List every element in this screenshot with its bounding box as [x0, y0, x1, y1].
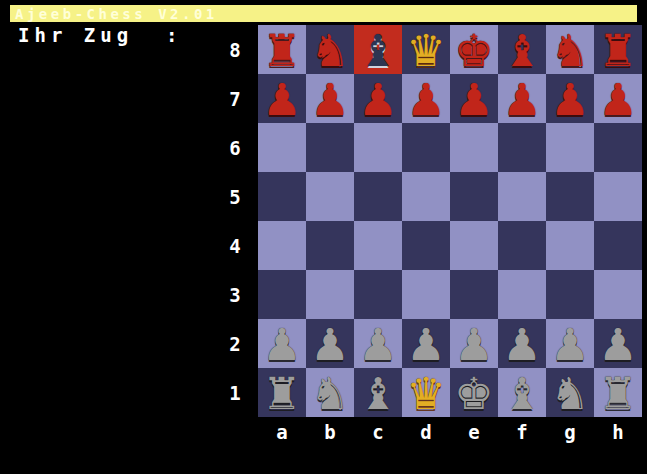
- square-g4[interactable]: [546, 221, 594, 270]
- square-f8[interactable]: ♝: [498, 25, 546, 74]
- piece-red-queen: ♛: [406, 29, 445, 73]
- square-f4[interactable]: [498, 221, 546, 270]
- square-g1[interactable]: ♞: [546, 368, 594, 417]
- piece-silver-bishop: ♝: [358, 372, 397, 416]
- square-c7[interactable]: ♟: [354, 74, 402, 123]
- square-g2[interactable]: ♟: [546, 319, 594, 368]
- square-f6[interactable]: [498, 123, 546, 172]
- window-title: Ajeeb-Chess V2.01: [10, 6, 218, 22]
- square-g3[interactable]: [546, 270, 594, 319]
- piece-silver-pawn: ♟: [550, 323, 589, 367]
- piece-silver-rook: ♜: [262, 372, 301, 416]
- square-c1[interactable]: ♝: [354, 368, 402, 417]
- file-label-f: f: [498, 420, 546, 444]
- rank-label-1: 1: [218, 368, 252, 417]
- move-prompt-label: Ihr Zug :: [18, 24, 182, 46]
- square-h6[interactable]: [594, 123, 642, 172]
- square-g6[interactable]: [546, 123, 594, 172]
- rank-labels: 87654321: [218, 25, 252, 417]
- square-g8[interactable]: ♞: [546, 25, 594, 74]
- piece-red-knight: ♞: [550, 29, 589, 73]
- square-g7[interactable]: ♟: [546, 74, 594, 123]
- square-b4[interactable]: [306, 221, 354, 270]
- square-e6[interactable]: [450, 123, 498, 172]
- square-d8[interactable]: ♛: [402, 25, 450, 74]
- square-c5[interactable]: [354, 172, 402, 221]
- square-d2[interactable]: ♟: [402, 319, 450, 368]
- chess-board: ♜♞♝♛♚♝♞♜♟♟♟♟♟♟♟♟♟♟♟♟♟♟♟♟♜♞♝♛♚♝♞♜: [258, 25, 642, 417]
- square-f1[interactable]: ♝: [498, 368, 546, 417]
- square-d4[interactable]: [402, 221, 450, 270]
- file-label-c: c: [354, 420, 402, 444]
- piece-silver-bishop: ♝: [502, 372, 541, 416]
- piece-silver-pawn: ♟: [406, 323, 445, 367]
- piece-red-pawn: ♟: [406, 78, 445, 122]
- file-label-g: g: [546, 420, 594, 444]
- piece-silver-pawn: ♟: [598, 323, 637, 367]
- square-a7[interactable]: ♟: [258, 74, 306, 123]
- square-f2[interactable]: ♟: [498, 319, 546, 368]
- square-b1[interactable]: ♞: [306, 368, 354, 417]
- square-h1[interactable]: ♜: [594, 368, 642, 417]
- square-h8[interactable]: ♜: [594, 25, 642, 74]
- piece-red-pawn: ♟: [358, 78, 397, 122]
- piece-red-pawn: ♟: [262, 78, 301, 122]
- square-d6[interactable]: [402, 123, 450, 172]
- square-e1[interactable]: ♚: [450, 368, 498, 417]
- square-e8[interactable]: ♚: [450, 25, 498, 74]
- file-label-h: h: [594, 420, 642, 444]
- square-e3[interactable]: [450, 270, 498, 319]
- piece-silver-pawn: ♟: [454, 323, 493, 367]
- piece-red-knight: ♞: [310, 29, 349, 73]
- piece-silver-rook: ♜: [598, 372, 637, 416]
- square-b6[interactable]: [306, 123, 354, 172]
- file-labels: abcdefgh: [258, 420, 642, 444]
- square-e7[interactable]: ♟: [450, 74, 498, 123]
- piece-silver-pawn: ♟: [502, 323, 541, 367]
- square-b8[interactable]: ♞: [306, 25, 354, 74]
- square-a2[interactable]: ♟: [258, 319, 306, 368]
- piece-silver-knight: ♞: [310, 372, 349, 416]
- piece-red-pawn: ♟: [454, 78, 493, 122]
- rank-label-4: 4: [218, 221, 252, 270]
- rank-label-7: 7: [218, 74, 252, 123]
- piece-red-bishop: ♝: [502, 29, 541, 73]
- square-f5[interactable]: [498, 172, 546, 221]
- square-c4[interactable]: [354, 221, 402, 270]
- square-h4[interactable]: [594, 221, 642, 270]
- square-g5[interactable]: [546, 172, 594, 221]
- square-h7[interactable]: ♟: [594, 74, 642, 123]
- square-b2[interactable]: ♟: [306, 319, 354, 368]
- screen: { "game": "chess", "window": { "title": …: [0, 0, 647, 474]
- square-h2[interactable]: ♟: [594, 319, 642, 368]
- square-d1[interactable]: ♛: [402, 368, 450, 417]
- piece-red-pawn: ♟: [598, 78, 637, 122]
- piece-silver-pawn: ♟: [262, 323, 301, 367]
- square-a1[interactable]: ♜: [258, 368, 306, 417]
- square-c2[interactable]: ♟: [354, 319, 402, 368]
- square-f3[interactable]: [498, 270, 546, 319]
- rank-label-8: 8: [218, 25, 252, 74]
- square-h3[interactable]: [594, 270, 642, 319]
- square-c6[interactable]: [354, 123, 402, 172]
- file-label-e: e: [450, 420, 498, 444]
- square-e2[interactable]: ♟: [450, 319, 498, 368]
- rank-label-5: 5: [218, 172, 252, 221]
- square-c3[interactable]: [354, 270, 402, 319]
- square-a3[interactable]: [258, 270, 306, 319]
- file-label-b: b: [306, 420, 354, 444]
- square-e5[interactable]: [450, 172, 498, 221]
- square-d7[interactable]: ♟: [402, 74, 450, 123]
- square-c8[interactable]: ♝: [354, 25, 402, 74]
- piece-red-king: ♚: [454, 29, 493, 73]
- square-b7[interactable]: ♟: [306, 74, 354, 123]
- piece-silver-queen: ♛: [406, 372, 445, 416]
- file-label-d: d: [402, 420, 450, 444]
- piece-red-pawn: ♟: [310, 78, 349, 122]
- piece-red-rook: ♜: [598, 29, 637, 73]
- square-a6[interactable]: [258, 123, 306, 172]
- rank-label-3: 3: [218, 270, 252, 319]
- square-d5[interactable]: [402, 172, 450, 221]
- square-a5[interactable]: [258, 172, 306, 221]
- square-a8[interactable]: ♜: [258, 25, 306, 74]
- screen-title-bar[interactable]: Ajeeb-Chess V2.01: [10, 5, 637, 22]
- square-e4[interactable]: [450, 221, 498, 270]
- piece-silver-knight: ♞: [550, 372, 589, 416]
- rank-label-2: 2: [218, 319, 252, 368]
- square-h5[interactable]: [594, 172, 642, 221]
- square-b3[interactable]: [306, 270, 354, 319]
- square-b5[interactable]: [306, 172, 354, 221]
- piece-red-pawn: ♟: [502, 78, 541, 122]
- square-d3[interactable]: [402, 270, 450, 319]
- piece-red-bishop: ♝: [358, 29, 397, 73]
- square-f7[interactable]: ♟: [498, 74, 546, 123]
- piece-red-pawn: ♟: [550, 78, 589, 122]
- piece-silver-king: ♚: [454, 372, 493, 416]
- piece-red-rook: ♜: [262, 29, 301, 73]
- rank-label-6: 6: [218, 123, 252, 172]
- square-a4[interactable]: [258, 221, 306, 270]
- piece-silver-pawn: ♟: [310, 323, 349, 367]
- file-label-a: a: [258, 420, 306, 444]
- piece-silver-pawn: ♟: [358, 323, 397, 367]
